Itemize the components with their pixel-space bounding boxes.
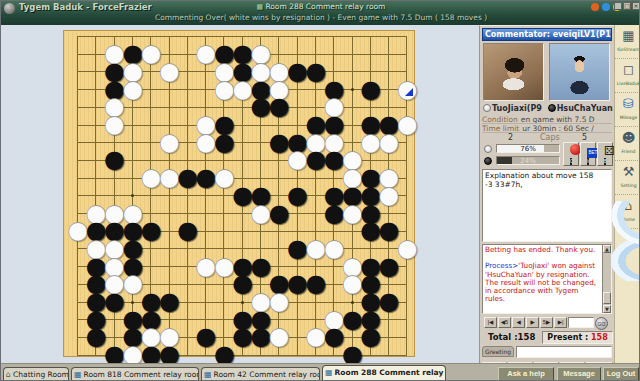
bet-badge-icon: BET [587, 144, 589, 158]
gostream-icon: ▦ [615, 25, 640, 47]
message-button[interactable]: Message [557, 367, 601, 381]
sidebar-item-livebaduk[interactable]: ◻LiveBaduk [615, 59, 640, 93]
captures-label: Caps [540, 133, 560, 142]
black-vote-percent: 24% [520, 157, 536, 165]
logout-button[interactable]: Log Out [603, 367, 639, 381]
side-icon-strip: ▦GoStream ◻LiveBaduk ⛁Mileage ☻Friend ⚒S… [614, 25, 640, 363]
go-button[interactable]: GO [595, 317, 608, 330]
bottom-tab-strip: ⌂Chatting Room ▦Room 818 Comment relay r… [1, 363, 640, 381]
scroll-down-icon[interactable]: ▼ [603, 305, 611, 313]
white-vote-bar: 76% [496, 144, 560, 153]
white-vote-percent: 76% [520, 145, 536, 153]
black-captures: 5 [582, 133, 587, 142]
white-player-name: TuoJiaxi(P9 [492, 104, 542, 113]
nav-back5-button[interactable]: ◀5 [498, 317, 511, 328]
star-point [351, 88, 354, 91]
close-button[interactable]: × [632, 2, 640, 10]
explanation-line1: Explanation about move 158 [485, 171, 609, 180]
tray-icon-globe[interactable] [602, 3, 610, 11]
cheer-button[interactable]: Cheer [563, 142, 579, 166]
time-limit-value: ur 30min : 60 Sec / [522, 124, 594, 133]
grid-line [333, 36, 334, 356]
explanation-line3: -3 33#7h, [485, 180, 609, 189]
grid-line [77, 213, 407, 214]
ask-help-button[interactable]: Ask a help [498, 367, 554, 381]
betting-process-msg: Process>'TuoJiaxi' won against 'HsuChaYu… [485, 262, 600, 278]
tv-icon: ◻ [615, 59, 640, 81]
condition-value: en game with 7.5 D [521, 115, 595, 124]
grid-line [297, 36, 298, 356]
white-player-photo [483, 43, 544, 101]
home-icon: ⌂ [615, 195, 640, 217]
star-point [241, 301, 244, 304]
restore-button[interactable]: □ [623, 2, 631, 10]
nav-forward5-button[interactable]: 5▶ [540, 317, 553, 328]
right-panel: Commentator: eveiqiLV1(P1D TuoJiaxi(P9 H… [479, 25, 614, 363]
sidebar-item-friend[interactable]: ☻Friend [615, 127, 640, 161]
white-stone-icon [483, 104, 491, 112]
condition-label: Condition [482, 115, 518, 124]
cheer-ball-icon [570, 144, 572, 158]
dice-icon: ⚄ [604, 144, 606, 158]
star-point [351, 194, 354, 197]
sidebar-item-setting[interactable]: ⚒Setting [615, 161, 640, 195]
nav-last-button[interactable]: ▶| [554, 317, 567, 328]
white-bar-stone-icon [484, 145, 492, 153]
grid-line [77, 248, 407, 249]
present-value: 158 [591, 333, 608, 342]
white-captures: 2 [508, 133, 513, 142]
room-tab-icon: ▦ [74, 370, 82, 379]
tray-icon-orange[interactable] [591, 3, 599, 11]
scrollbar[interactable]: ▲ ▼ [602, 245, 611, 313]
title-status-line: Commenting Over( white wins by resignati… [1, 13, 640, 22]
grid-line [77, 337, 407, 338]
star-point [241, 88, 244, 91]
present-move-box: Present : 158 [542, 331, 613, 344]
nav-back-button[interactable]: ◀ [512, 317, 525, 328]
black-vote-bar: 24% [496, 156, 560, 165]
grid-line [77, 231, 407, 232]
move-number-input[interactable] [568, 317, 594, 328]
grid-line [77, 319, 407, 320]
grid-line [77, 355, 407, 356]
minimize-button[interactable]: _ [614, 2, 622, 10]
room-tab-icon: ▦ [325, 368, 333, 377]
black-player-name: HsuChaYuan( [557, 104, 613, 113]
betting-msg1: Betting has ended. Thank you. [485, 246, 600, 254]
nav-first-button[interactable]: |◀ [484, 317, 497, 328]
black-bar-stone-icon [484, 157, 492, 165]
room-tab-icon: ▦ [204, 370, 212, 379]
total-value: 158 [518, 332, 536, 342]
setting-hammer-icon: ⚒ [615, 161, 640, 183]
grid-line [315, 36, 316, 356]
scroll-thumb[interactable] [603, 292, 611, 304]
tab-room-818[interactable]: ▦Room 818 Comment relay room [71, 367, 199, 381]
tab-room-42[interactable]: ▦Room 42 Comment relay room [201, 367, 320, 381]
bet-button[interactable]: ⚄ Bet [597, 142, 613, 166]
friend-icon: ☻ [615, 127, 640, 149]
explanation-box[interactable]: Explanation about move 158 -3 33#7h, [482, 169, 612, 242]
grid-line [388, 36, 389, 356]
sidebar-item-home[interactable]: ⌂Home [615, 195, 640, 229]
grid-line [77, 284, 407, 285]
go-board: ●●●●●●●●●●●●●●●●●●●●●●●●●●●●●●●●●●●●●●●●… [63, 30, 415, 357]
grid-line [278, 36, 279, 356]
star-point [131, 88, 134, 91]
time-limit-label: Time limit [482, 124, 519, 133]
star-point [241, 194, 244, 197]
grid-line [77, 266, 407, 267]
move-nav: |◀ ◀5 ◀ ▶ 5▶ ▶| GO [484, 317, 608, 330]
mileage-icon: ⛁ [615, 93, 640, 115]
betting-msg3: The result will not be changed, in accor… [485, 279, 600, 304]
sidebar-item-mileage[interactable]: ⛁Mileage [615, 93, 640, 127]
sidebar-item-gostream[interactable]: ▦GoStream [615, 25, 640, 59]
black-player-photo [549, 43, 610, 101]
home-tab-icon: ⌂ [6, 370, 11, 379]
betting-message-box[interactable]: Betting has ended. Thank you. Process>'T… [482, 244, 612, 314]
grid-line [370, 36, 371, 356]
star-point [131, 194, 134, 197]
tab-chatting-room[interactable]: ⌂Chatting Room [3, 367, 69, 381]
board-area: ●●●●●●●●●●●●●●●●●●●●●●●●●●●●●●●●●●●●●●●●… [1, 25, 479, 363]
nav-forward-button[interactable]: ▶ [526, 317, 539, 328]
star-point [131, 301, 134, 304]
grid-line [260, 36, 261, 356]
grid-line [406, 36, 407, 356]
tab-room-288[interactable]: ▦Room 288 Comment relay room [322, 365, 446, 381]
star-point [351, 301, 354, 304]
bet-info-button[interactable]: BET Info [580, 142, 596, 166]
app-window: Tygem Baduk - ForceFrazier ▦ Room 288 Co… [0, 0, 640, 381]
commentator-bar: Commentator: eveiqiLV1(P1D [482, 28, 612, 41]
title-bar: Tygem Baduk - ForceFrazier ▦ Room 288 Co… [1, 1, 640, 25]
title-room-line: ▦ Room 288 Comment relay room [1, 2, 640, 11]
greeting-tab[interactable]: Greeting [482, 346, 514, 357]
greeting-input[interactable] [516, 346, 612, 358]
black-stone-icon [548, 104, 556, 112]
total-label: Total : [488, 332, 518, 342]
scroll-up-icon[interactable]: ▲ [603, 245, 611, 253]
